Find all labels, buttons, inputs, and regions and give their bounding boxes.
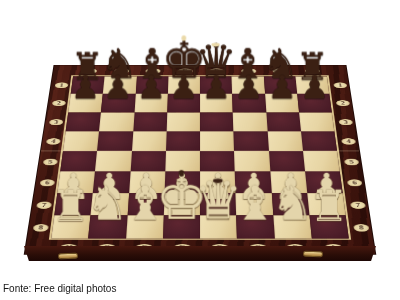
square-f7[interactable]: ♟ (134, 94, 168, 112)
rank-label-right: 3 (338, 119, 353, 125)
square-a7[interactable]: ♟ (297, 94, 332, 112)
square-c7[interactable]: ♟ (232, 94, 266, 112)
square-e6[interactable] (166, 112, 200, 131)
square-g7[interactable]: ♟ (101, 94, 135, 112)
square-h1[interactable]: ♜ (51, 215, 91, 238)
square-d1[interactable]: ♛ (200, 215, 237, 238)
piece-white-knight[interactable]: ♞ (271, 180, 314, 227)
square-h7[interactable]: ♟ (68, 94, 103, 112)
square-b1[interactable]: ♞ (273, 215, 312, 238)
square-e7[interactable]: ♟ (167, 94, 200, 112)
rank-label-left: 3 (49, 119, 63, 125)
square-a6[interactable] (299, 112, 335, 131)
square-d5[interactable] (200, 131, 234, 151)
brass-clasp-right-icon (303, 251, 323, 258)
piece-black-pawn[interactable]: ♟ (136, 70, 165, 102)
rank-label-right: 8 (353, 224, 369, 231)
square-g5[interactable] (97, 131, 133, 151)
rank-label-left: 1 (55, 82, 69, 88)
rank-label-right: 6 (347, 180, 362, 187)
white-king-finial-icon (179, 170, 184, 176)
piece-black-pawn[interactable]: ♟ (235, 70, 264, 102)
chess-photo: ♜♞♝♚♛♝♞♜♟♟♟♟♟♟♟♟♟♟♟♟♟♟♟♟♜♞♝♚♛♝♞♜ 1122334… (0, 0, 400, 300)
brass-clasp-left-icon (58, 253, 78, 260)
rank-label-right: 5 (344, 159, 359, 166)
black-queen-finial-icon (212, 43, 220, 47)
square-c1[interactable]: ♝ (236, 215, 274, 238)
square-c5[interactable] (234, 131, 269, 151)
rank-label-right: 1 (333, 82, 347, 88)
piece-white-bishop[interactable]: ♝ (234, 180, 277, 227)
piece-black-pawn[interactable]: ♟ (300, 70, 329, 102)
square-d7[interactable]: ♟ (200, 94, 233, 112)
piece-black-pawn[interactable]: ♟ (104, 70, 133, 102)
rank-label-left: 8 (33, 224, 49, 231)
board-grid[interactable]: ♜♞♝♚♛♝♞♜♟♟♟♟♟♟♟♟♟♟♟♟♟♟♟♟♜♞♝♚♛♝♞♜ (51, 76, 349, 238)
square-f6[interactable] (133, 112, 167, 131)
square-b5[interactable] (267, 131, 303, 151)
rank-label-right: 7 (350, 201, 366, 208)
rank-label-right: 2 (336, 100, 350, 106)
rank-label-right: 4 (341, 138, 356, 144)
square-f5[interactable] (132, 131, 167, 151)
rank-label-left: 5 (43, 159, 58, 166)
rank-label-left: 4 (46, 138, 61, 144)
board-fold-seam (41, 150, 359, 151)
source-caption: Fonte: Free digital photos (3, 283, 116, 294)
square-h6[interactable] (66, 112, 102, 131)
piece-black-pawn[interactable]: ♟ (71, 70, 100, 102)
piece-white-rook[interactable]: ♜ (310, 184, 349, 227)
square-g6[interactable] (99, 112, 134, 131)
square-e5[interactable] (166, 131, 200, 151)
piece-black-pawn[interactable]: ♟ (169, 70, 198, 102)
square-a1[interactable]: ♜ (309, 215, 349, 238)
square-b7[interactable]: ♟ (265, 94, 299, 112)
square-b6[interactable] (266, 112, 301, 131)
white-queen-finial-icon (214, 178, 224, 182)
black-king-finial-icon (182, 35, 187, 41)
rank-label-left: 7 (36, 201, 52, 208)
piece-black-pawn[interactable]: ♟ (202, 70, 231, 102)
square-g1[interactable]: ♞ (88, 215, 127, 238)
piece-white-knight[interactable]: ♞ (87, 180, 130, 227)
square-d6[interactable] (200, 112, 234, 131)
piece-white-rook[interactable]: ♜ (52, 184, 91, 227)
square-a5[interactable] (301, 131, 337, 151)
rank-label-left: 2 (52, 100, 66, 106)
piece-black-pawn[interactable]: ♟ (267, 70, 296, 102)
square-c6[interactable] (233, 112, 267, 131)
chess-board[interactable]: ♜♞♝♚♛♝♞♜♟♟♟♟♟♟♟♟♟♟♟♟♟♟♟♟♜♞♝♚♛♝♞♜ 1122334… (24, 65, 377, 255)
square-h5[interactable] (63, 131, 99, 151)
